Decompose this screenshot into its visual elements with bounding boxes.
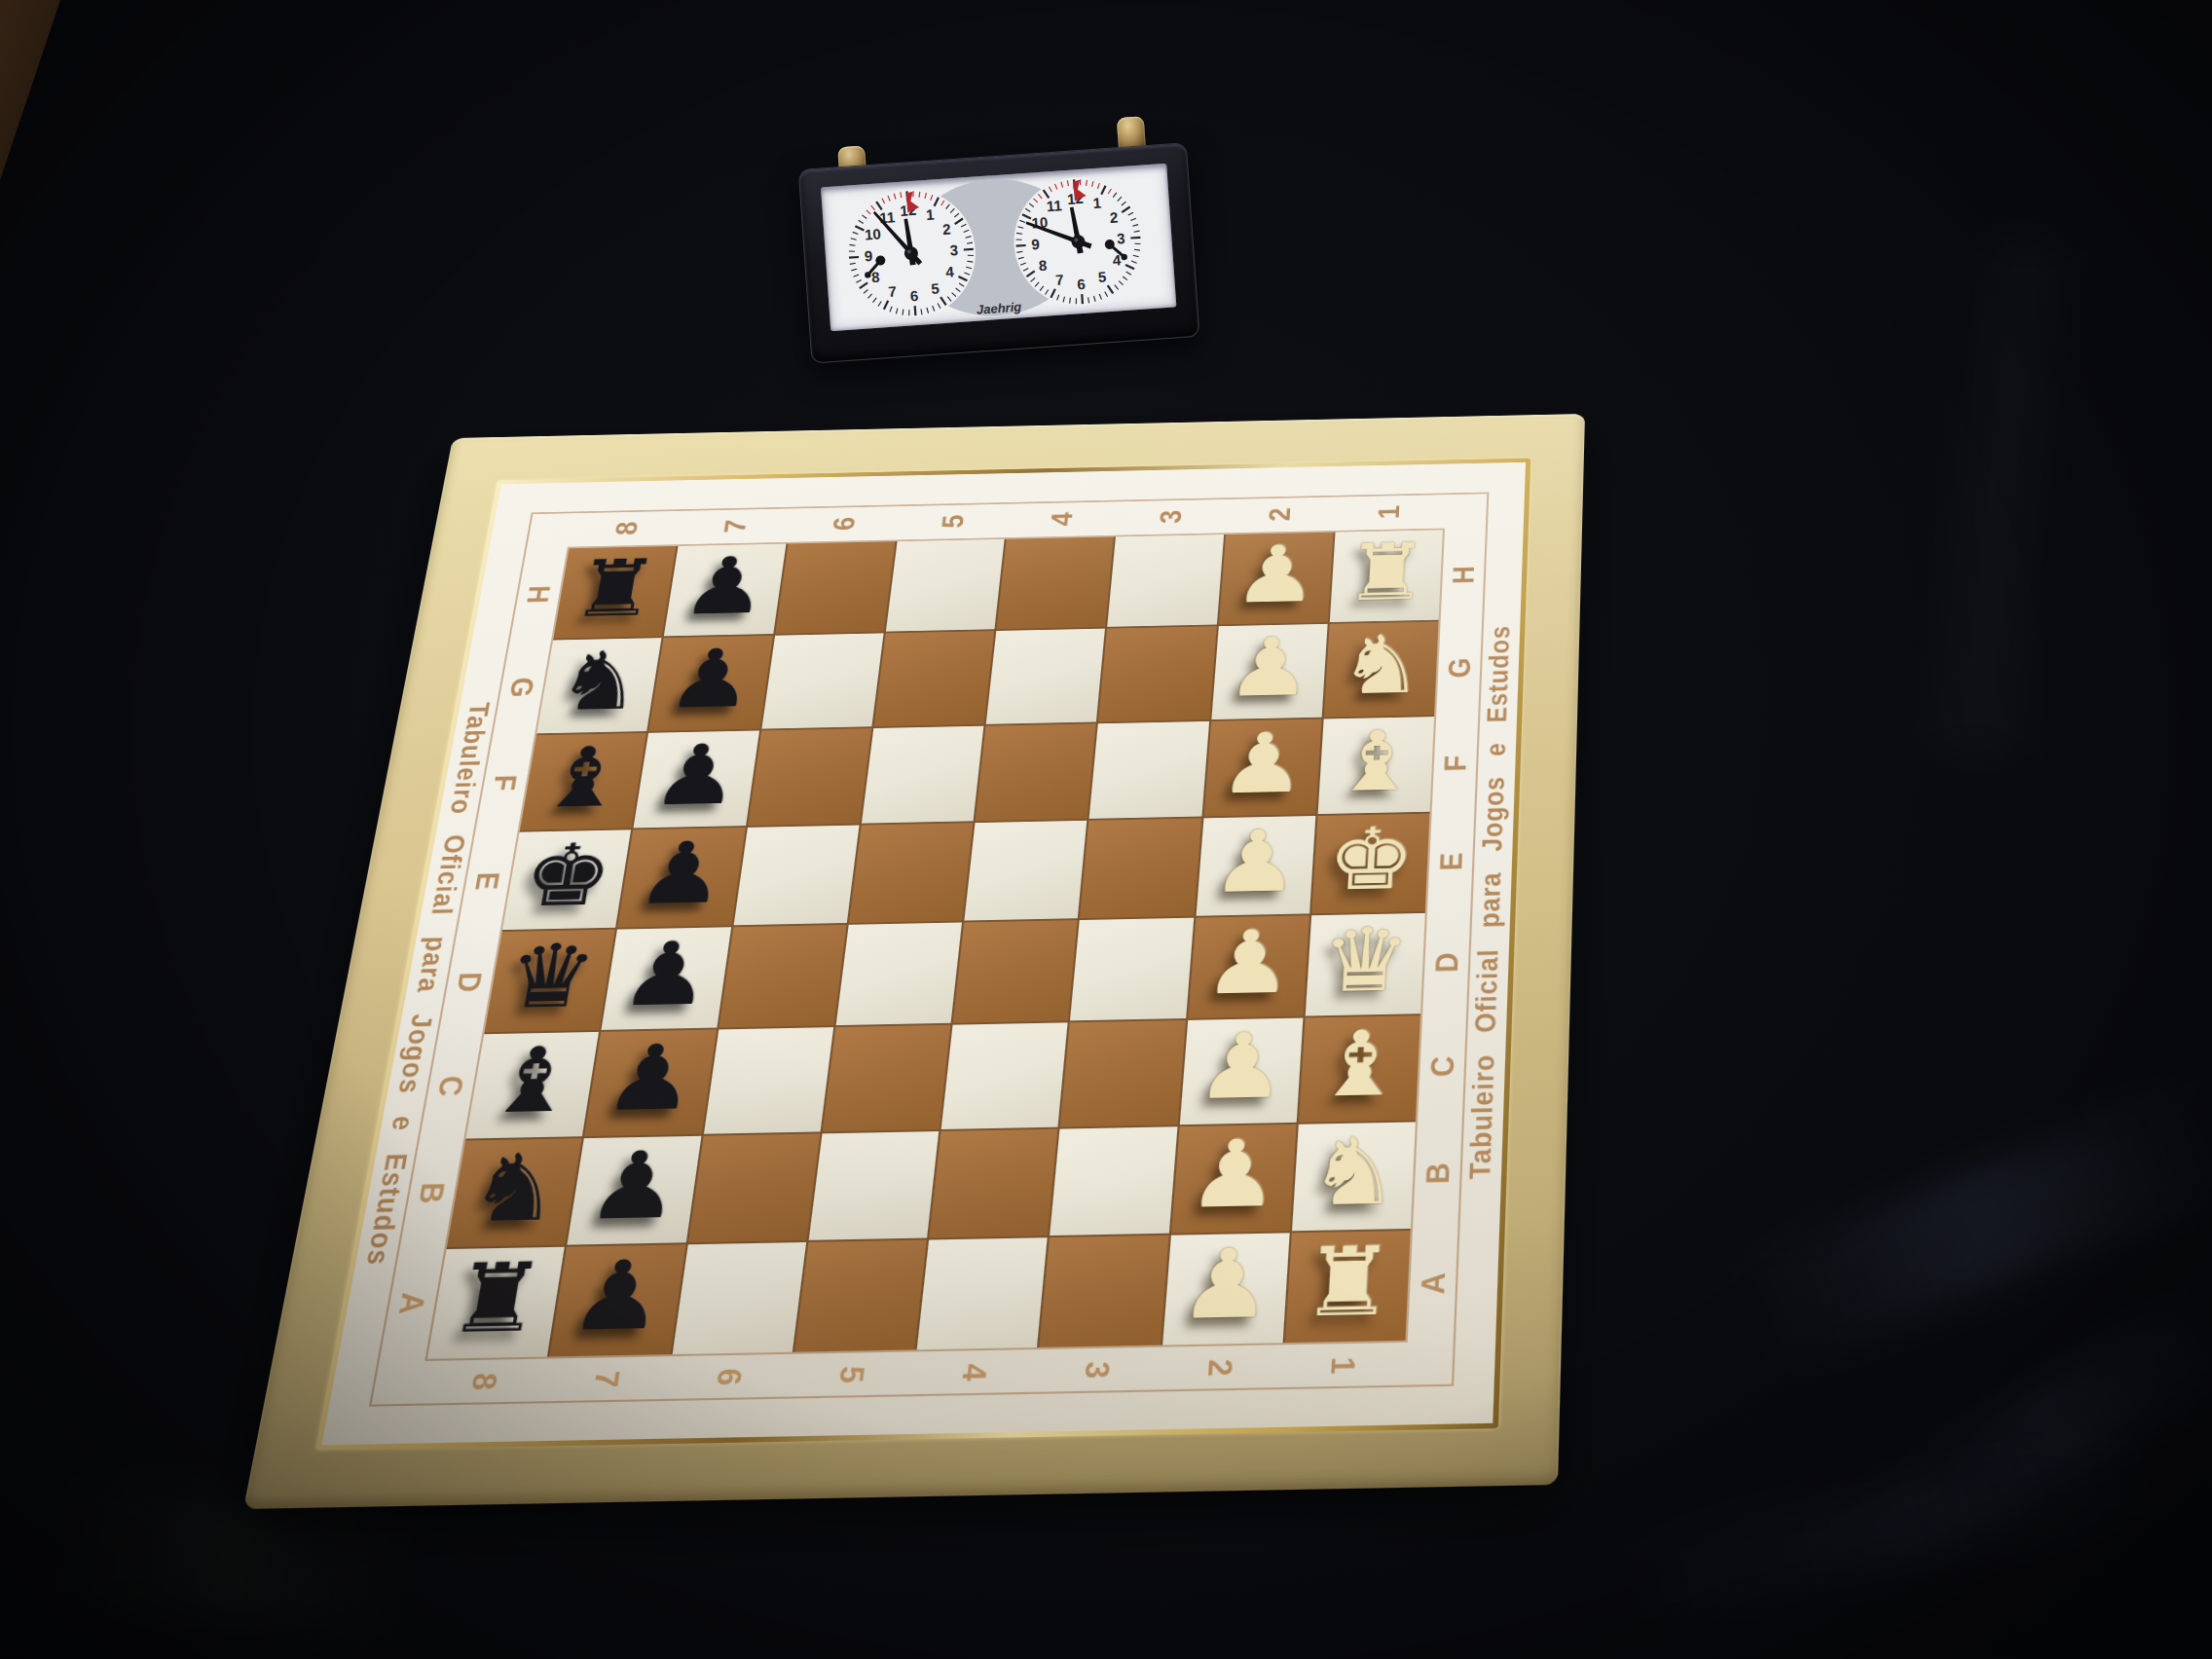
- dial-numeral-2: 2: [942, 220, 952, 238]
- tick: [915, 306, 916, 315]
- tick: [1076, 298, 1077, 304]
- square-g3[interactable]: [1098, 626, 1216, 721]
- tick: [964, 249, 974, 250]
- square-b2[interactable]: ♟: [1171, 1124, 1297, 1233]
- rank-label-bottom-3: 3: [1078, 1361, 1118, 1380]
- piece-black-pawn[interactable]: ♟: [663, 639, 760, 720]
- square-e6[interactable]: [733, 825, 859, 925]
- dial-numeral-11: 11: [879, 208, 896, 226]
- piece-black-pawn[interactable]: ♟: [632, 830, 732, 917]
- rank-label-top-3: 3: [1154, 509, 1189, 524]
- piece-black-queen[interactable]: ♛: [498, 933, 602, 1022]
- piece-black-pawn[interactable]: ♟: [599, 1033, 703, 1124]
- file-label-right-F: F: [1438, 755, 1474, 771]
- floor-corner: [0, 0, 68, 185]
- square-f6[interactable]: [748, 728, 871, 826]
- square-g7[interactable]: ♟: [649, 636, 773, 731]
- piece-black-bishop[interactable]: ♝: [481, 1035, 586, 1126]
- rank-label-top-7: 7: [718, 519, 754, 534]
- rank-label-top-4: 4: [1045, 512, 1080, 527]
- file-label-left-F: F: [486, 775, 524, 792]
- square-d7[interactable]: ♟: [602, 927, 731, 1030]
- square-b5[interactable]: [808, 1131, 939, 1240]
- file-label-left-H: H: [520, 585, 557, 604]
- square-c5[interactable]: [823, 1025, 951, 1131]
- piece-white-pawn[interactable]: ♟: [1185, 1127, 1283, 1222]
- piece-white-pawn[interactable]: ♟: [1201, 919, 1297, 1009]
- file-label-right-G: G: [1442, 657, 1477, 678]
- piece-black-pawn[interactable]: ♟: [647, 733, 747, 818]
- rank-label-bottom-2: 2: [1200, 1359, 1239, 1378]
- file-label-right-B: B: [1419, 1162, 1457, 1185]
- piece-black-rook[interactable]: ♜: [443, 1250, 552, 1347]
- square-h2[interactable]: ♟: [1218, 533, 1333, 625]
- file-label-right-C: C: [1424, 1055, 1461, 1077]
- file-label-right-D: D: [1428, 952, 1465, 973]
- square-e8[interactable]: ♚: [502, 829, 631, 930]
- piece-white-pawn[interactable]: ♟: [1209, 819, 1303, 905]
- square-g4[interactable]: [986, 629, 1105, 724]
- square-g1[interactable]: ♞: [1324, 622, 1439, 718]
- rank-label-top-5: 5: [936, 514, 971, 529]
- piece-white-knight[interactable]: ♞: [1306, 1124, 1402, 1219]
- tick: [1016, 245, 1026, 246]
- square-a2[interactable]: ♟: [1162, 1233, 1290, 1345]
- dial-numeral-2: 2: [1109, 208, 1119, 226]
- square-h7[interactable]: ♟: [664, 544, 786, 637]
- dial-numeral-9: 9: [1031, 236, 1041, 253]
- piece-black-king[interactable]: ♚: [517, 832, 619, 919]
- piece-black-knight[interactable]: ♞: [551, 641, 649, 722]
- tick: [1082, 294, 1083, 304]
- square-b3[interactable]: [1050, 1126, 1176, 1235]
- square-a8[interactable]: ♜: [427, 1246, 565, 1358]
- rank-label-bottom-5: 5: [831, 1366, 871, 1384]
- square-b6[interactable]: [688, 1133, 821, 1242]
- tick: [1134, 243, 1140, 244]
- piece-white-queen[interactable]: ♛: [1318, 916, 1412, 1006]
- square-a6[interactable]: [672, 1242, 806, 1354]
- dial-numeral-3: 3: [1117, 230, 1126, 247]
- dial-numeral-5: 5: [1097, 268, 1107, 285]
- rank-label-top-8: 8: [608, 521, 645, 535]
- file-label-left-C: C: [430, 1075, 470, 1096]
- cloth-fold: [1614, 1434, 2163, 1624]
- square-h8[interactable]: ♜: [553, 546, 676, 639]
- piece-black-pawn[interactable]: ♟: [565, 1248, 672, 1346]
- cloth-fold: [1921, 240, 2081, 755]
- piece-white-pawn[interactable]: ♟: [1176, 1236, 1276, 1334]
- square-c1[interactable]: ♝: [1299, 1015, 1420, 1122]
- piece-white-pawn[interactable]: ♟: [1224, 627, 1315, 709]
- tick: [849, 251, 855, 252]
- square-e5[interactable]: [849, 823, 974, 923]
- square-a3[interactable]: [1040, 1235, 1169, 1347]
- piece-black-bishop[interactable]: ♝: [534, 735, 634, 820]
- square-b8[interactable]: ♞: [447, 1138, 582, 1247]
- clock-brand: Jaehrig: [976, 300, 1021, 317]
- square-a5[interactable]: [794, 1239, 927, 1351]
- square-h1[interactable]: ♜: [1330, 530, 1443, 622]
- square-g2[interactable]: ♟: [1211, 624, 1327, 719]
- square-h6[interactable]: [775, 541, 896, 634]
- dial-numeral-7: 7: [1054, 272, 1064, 289]
- piece-white-bishop[interactable]: ♝: [1331, 719, 1422, 804]
- chess-clock: 123456789101112123456789101112Jaehrig: [795, 111, 1199, 363]
- square-d5[interactable]: [835, 922, 962, 1025]
- rank-label-bottom-6: 6: [709, 1368, 749, 1386]
- square-h4[interactable]: [996, 536, 1114, 629]
- piece-white-knight[interactable]: ♞: [1337, 625, 1426, 707]
- square-g5[interactable]: [873, 631, 994, 726]
- piece-white-rook[interactable]: ♜: [1299, 1234, 1397, 1331]
- tick: [968, 255, 974, 256]
- cloth-fold: [1856, 1286, 2212, 1567]
- photo-scene: 123456789101112123456789101112Jaehrig ♜♟…: [0, 0, 2212, 1659]
- dial-numeral-3: 3: [949, 241, 959, 259]
- file-label-left-A: A: [391, 1292, 432, 1314]
- dial-numeral-11: 11: [1046, 197, 1062, 214]
- rank-label-top-1: 1: [1372, 505, 1406, 520]
- dial-numeral-6: 6: [909, 287, 919, 305]
- square-b1[interactable]: ♞: [1292, 1122, 1416, 1231]
- square-c8[interactable]: ♝: [466, 1032, 600, 1138]
- piece-white-pawn[interactable]: ♟: [1232, 535, 1321, 615]
- piece-white-pawn[interactable]: ♟: [1193, 1021, 1289, 1113]
- dial-numeral-5: 5: [931, 279, 940, 297]
- clock-face-svg: 123456789101112123456789101112Jaehrig: [821, 164, 1176, 331]
- file-label-left-G: G: [502, 677, 540, 697]
- tick: [1130, 238, 1140, 239]
- file-label-right-A: A: [1414, 1272, 1453, 1295]
- tick: [913, 191, 914, 197]
- square-b4[interactable]: [929, 1128, 1057, 1237]
- square-d4[interactable]: [953, 920, 1078, 1023]
- square-c4[interactable]: [941, 1023, 1068, 1129]
- square-g8[interactable]: ♞: [536, 638, 661, 733]
- square-b7[interactable]: ♟: [568, 1135, 701, 1244]
- rank-label-bottom-8: 8: [463, 1373, 504, 1391]
- board-grid: ♜♟♟♜♞♟♟♞♝♟♟♝♚♟♟♚♛♟♟♛♝♟♟♝♞♟♟♞♜♟♟♜: [427, 530, 1443, 1359]
- tick: [1080, 179, 1081, 185]
- rank-label-bottom-4: 4: [954, 1363, 994, 1382]
- piece-black-knight[interactable]: ♞: [461, 1141, 569, 1235]
- square-d6[interactable]: [719, 925, 846, 1028]
- square-f7[interactable]: ♟: [634, 730, 759, 828]
- file-label-right-E: E: [1433, 852, 1469, 870]
- cloth-fold: [1729, 1078, 2212, 1376]
- square-e2[interactable]: ♟: [1196, 816, 1315, 916]
- square-d8[interactable]: ♛: [485, 930, 615, 1033]
- square-e3[interactable]: [1080, 818, 1201, 918]
- square-g6[interactable]: [761, 634, 883, 729]
- tick: [849, 257, 859, 258]
- dial-numeral-10: 10: [864, 225, 881, 242]
- square-f8[interactable]: ♝: [520, 732, 646, 829]
- square-h3[interactable]: [1107, 535, 1223, 627]
- square-f3[interactable]: [1089, 720, 1209, 818]
- square-d3[interactable]: [1070, 918, 1194, 1021]
- square-d2[interactable]: ♟: [1188, 915, 1309, 1018]
- square-e7[interactable]: ♟: [618, 828, 746, 928]
- piece-white-rook[interactable]: ♜: [1343, 533, 1431, 612]
- square-a1[interactable]: ♜: [1285, 1231, 1411, 1343]
- tick: [1016, 240, 1022, 240]
- dial-numeral-8: 8: [1038, 257, 1048, 275]
- square-c7[interactable]: ♟: [584, 1030, 716, 1136]
- dial-numeral-6: 6: [1077, 276, 1087, 293]
- clock-face: 123456789101112123456789101112Jaehrig: [821, 164, 1176, 331]
- file-label-left-B: B: [411, 1182, 452, 1204]
- square-a7[interactable]: ♟: [549, 1244, 685, 1356]
- file-label-right-H: H: [1446, 566, 1481, 584]
- square-d1[interactable]: ♛: [1305, 913, 1424, 1016]
- piece-black-pawn[interactable]: ♟: [616, 930, 719, 1019]
- file-label-left-D: D: [450, 972, 489, 992]
- rank-label-top-2: 2: [1263, 507, 1298, 522]
- rank-label-bottom-1: 1: [1323, 1356, 1362, 1375]
- square-c2[interactable]: ♟: [1179, 1018, 1303, 1124]
- rank-label-top-6: 6: [827, 517, 862, 532]
- square-c3[interactable]: [1060, 1020, 1185, 1126]
- dial-numeral-7: 7: [888, 283, 898, 301]
- piece-white-king[interactable]: ♚: [1325, 816, 1418, 903]
- piece-black-rook[interactable]: ♜: [567, 549, 664, 629]
- dial-numeral-9: 9: [864, 247, 873, 265]
- square-e1[interactable]: ♚: [1311, 813, 1429, 913]
- piece-black-pawn[interactable]: ♟: [678, 546, 773, 626]
- square-f4[interactable]: [976, 723, 1096, 821]
- piece-white-bishop[interactable]: ♝: [1312, 1019, 1408, 1111]
- piece-black-pawn[interactable]: ♟: [582, 1139, 687, 1234]
- square-h5[interactable]: [886, 539, 1005, 632]
- tick: [908, 310, 909, 315]
- square-c6[interactable]: [703, 1027, 832, 1133]
- dial-numeral-1: 1: [1092, 194, 1102, 211]
- dial-numeral-1: 1: [925, 205, 935, 223]
- square-f2[interactable]: ♟: [1203, 719, 1321, 816]
- square-e4[interactable]: [964, 821, 1087, 921]
- file-label-left-E: E: [468, 871, 507, 890]
- square-f1[interactable]: ♝: [1317, 717, 1434, 814]
- chess-board: ♜♟♟♜♞♟♟♞♝♟♟♝♚♟♟♚♛♟♟♛♝♟♟♝♞♟♟♞♜♟♟♜ Tabulei…: [243, 414, 1585, 1509]
- square-f5[interactable]: [862, 725, 984, 823]
- rank-label-bottom-7: 7: [586, 1370, 627, 1388]
- square-a4[interactable]: [917, 1237, 1048, 1349]
- piece-white-pawn[interactable]: ♟: [1217, 721, 1309, 806]
